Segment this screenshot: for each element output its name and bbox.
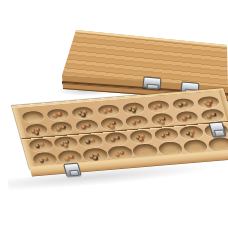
stone bbox=[139, 137, 144, 141]
stone bbox=[34, 131, 39, 135]
stone bbox=[107, 108, 112, 112]
stone bbox=[182, 101, 187, 105]
stone bbox=[110, 125, 115, 129]
pit-r1c1[interactable] bbox=[21, 110, 45, 123]
stone bbox=[131, 109, 136, 113]
clasp-icon-box-left bbox=[143, 76, 162, 90]
clasp-keeper bbox=[214, 130, 225, 138]
stone bbox=[115, 152, 120, 156]
clasp-keeper bbox=[69, 170, 80, 177]
stone bbox=[93, 156, 98, 160]
stone bbox=[81, 113, 86, 117]
stone bbox=[57, 112, 62, 116]
stone bbox=[102, 109, 107, 113]
clasp-icon-board-front bbox=[63, 163, 82, 177]
stone bbox=[206, 103, 211, 107]
stone bbox=[160, 121, 165, 125]
stone bbox=[189, 133, 194, 137]
product-photo-scene bbox=[0, 0, 228, 228]
